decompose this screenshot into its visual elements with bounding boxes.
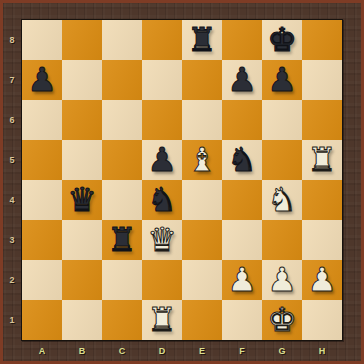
white-knight-g4[interactable]: ♞ xyxy=(267,180,297,220)
square-d3[interactable]: ♛ xyxy=(142,220,182,260)
square-e5[interactable]: ♝ xyxy=(182,140,222,180)
square-b7[interactable] xyxy=(62,60,102,100)
square-c8[interactable] xyxy=(102,20,142,60)
file-label-b: B xyxy=(62,342,102,359)
black-king-g8[interactable]: ♚ xyxy=(267,20,297,60)
square-b5[interactable] xyxy=(62,140,102,180)
square-f6[interactable] xyxy=(222,100,262,140)
chess-board: ♜♚♟♟♟♟♝♞♜♛♞♞♜♛♟♟♟♜♚ xyxy=(21,19,343,341)
white-pawn-f2[interactable]: ♟ xyxy=(227,260,257,300)
rank-label-5: 5 xyxy=(3,140,21,180)
file-label-f: F xyxy=(222,342,262,359)
square-e2[interactable] xyxy=(182,260,222,300)
white-bishop-e5[interactable]: ♝ xyxy=(187,140,217,180)
square-h4[interactable] xyxy=(302,180,342,220)
square-h3[interactable] xyxy=(302,220,342,260)
square-f8[interactable] xyxy=(222,20,262,60)
square-c5[interactable] xyxy=(102,140,142,180)
rank-label-2: 2 xyxy=(3,260,21,300)
square-g7[interactable]: ♟ xyxy=(262,60,302,100)
square-a1[interactable] xyxy=(22,300,62,340)
file-label-g: G xyxy=(262,342,302,359)
square-h1[interactable] xyxy=(302,300,342,340)
square-g5[interactable] xyxy=(262,140,302,180)
black-pawn-f7[interactable]: ♟ xyxy=(227,60,257,100)
file-label-c: C xyxy=(102,342,142,359)
square-a2[interactable] xyxy=(22,260,62,300)
rank-label-3: 3 xyxy=(3,220,21,260)
rank-label-1: 1 xyxy=(3,300,21,340)
white-pawn-h2[interactable]: ♟ xyxy=(307,260,337,300)
black-knight-f5[interactable]: ♞ xyxy=(227,140,257,180)
square-b3[interactable] xyxy=(62,220,102,260)
square-b2[interactable] xyxy=(62,260,102,300)
square-d4[interactable]: ♞ xyxy=(142,180,182,220)
square-h8[interactable] xyxy=(302,20,342,60)
square-a4[interactable] xyxy=(22,180,62,220)
square-d6[interactable] xyxy=(142,100,182,140)
square-c2[interactable] xyxy=(102,260,142,300)
square-a5[interactable] xyxy=(22,140,62,180)
white-pawn-g2[interactable]: ♟ xyxy=(267,260,297,300)
file-label-a: A xyxy=(22,342,62,359)
square-g2[interactable]: ♟ xyxy=(262,260,302,300)
square-d5[interactable]: ♟ xyxy=(142,140,182,180)
white-rook-h5[interactable]: ♜ xyxy=(307,140,337,180)
square-b8[interactable] xyxy=(62,20,102,60)
square-e8[interactable]: ♜ xyxy=(182,20,222,60)
square-f2[interactable]: ♟ xyxy=(222,260,262,300)
black-rook-e8[interactable]: ♜ xyxy=(187,20,217,60)
square-a6[interactable] xyxy=(22,100,62,140)
black-pawn-d5[interactable]: ♟ xyxy=(147,140,177,180)
black-pawn-g7[interactable]: ♟ xyxy=(267,60,297,100)
file-label-h: H xyxy=(302,342,342,359)
square-d7[interactable] xyxy=(142,60,182,100)
chess-app-window: 8 7 6 5 4 3 2 1 ♜♚♟♟♟♟♝♞♜♛♞♞♜♛♟♟♟♜♚ A B … xyxy=(0,0,364,364)
square-b4[interactable]: ♛ xyxy=(62,180,102,220)
square-c4[interactable] xyxy=(102,180,142,220)
square-e7[interactable] xyxy=(182,60,222,100)
square-f3[interactable] xyxy=(222,220,262,260)
white-rook-d1[interactable]: ♜ xyxy=(147,300,177,340)
square-e3[interactable] xyxy=(182,220,222,260)
square-h5[interactable]: ♜ xyxy=(302,140,342,180)
black-rook-c3[interactable]: ♜ xyxy=(107,220,137,260)
rank-label-7: 7 xyxy=(3,60,21,100)
square-a3[interactable] xyxy=(22,220,62,260)
black-knight-d4[interactable]: ♞ xyxy=(147,180,177,220)
square-d1[interactable]: ♜ xyxy=(142,300,182,340)
square-c1[interactable] xyxy=(102,300,142,340)
file-labels: A B C D E F G H xyxy=(22,342,342,359)
square-e4[interactable] xyxy=(182,180,222,220)
black-queen-b4[interactable]: ♛ xyxy=(67,180,97,220)
rank-label-6: 6 xyxy=(3,100,21,140)
square-g4[interactable]: ♞ xyxy=(262,180,302,220)
rank-label-8: 8 xyxy=(3,20,21,60)
square-c7[interactable] xyxy=(102,60,142,100)
black-pawn-a7[interactable]: ♟ xyxy=(27,60,57,100)
square-f4[interactable] xyxy=(222,180,262,220)
rank-labels: 8 7 6 5 4 3 2 1 xyxy=(3,20,21,340)
square-a7[interactable]: ♟ xyxy=(22,60,62,100)
square-b6[interactable] xyxy=(62,100,102,140)
square-a8[interactable] xyxy=(22,20,62,60)
square-e6[interactable] xyxy=(182,100,222,140)
square-c6[interactable] xyxy=(102,100,142,140)
file-label-d: D xyxy=(142,342,182,359)
square-h6[interactable] xyxy=(302,100,342,140)
square-b1[interactable] xyxy=(62,300,102,340)
square-h7[interactable] xyxy=(302,60,342,100)
square-d2[interactable] xyxy=(142,260,182,300)
square-c3[interactable]: ♜ xyxy=(102,220,142,260)
white-queen-d3[interactable]: ♛ xyxy=(147,220,177,260)
square-f1[interactable] xyxy=(222,300,262,340)
square-f5[interactable]: ♞ xyxy=(222,140,262,180)
file-label-e: E xyxy=(182,342,222,359)
square-g6[interactable] xyxy=(262,100,302,140)
square-d8[interactable] xyxy=(142,20,182,60)
white-king-g1[interactable]: ♚ xyxy=(267,300,297,340)
square-h2[interactable]: ♟ xyxy=(302,260,342,300)
square-e1[interactable] xyxy=(182,300,222,340)
square-f7[interactable]: ♟ xyxy=(222,60,262,100)
square-g1[interactable]: ♚ xyxy=(262,300,302,340)
square-g8[interactable]: ♚ xyxy=(262,20,302,60)
square-g3[interactable] xyxy=(262,220,302,260)
rank-label-4: 4 xyxy=(3,180,21,220)
